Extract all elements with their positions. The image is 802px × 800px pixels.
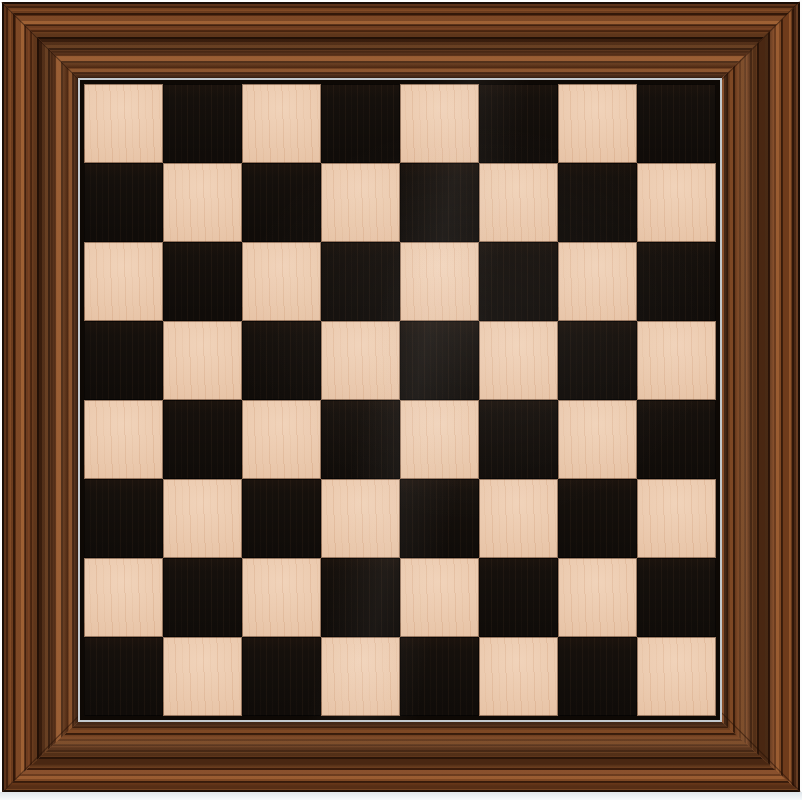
square-f4[interactable] bbox=[479, 400, 558, 479]
square-a1[interactable] bbox=[84, 637, 163, 716]
square-e5[interactable] bbox=[400, 321, 479, 400]
square-g2[interactable] bbox=[558, 558, 637, 637]
square-a5[interactable] bbox=[84, 321, 163, 400]
square-f7[interactable] bbox=[479, 163, 558, 242]
square-f3[interactable] bbox=[479, 479, 558, 558]
square-d7[interactable] bbox=[321, 163, 400, 242]
square-h2[interactable] bbox=[637, 558, 716, 637]
square-e4[interactable] bbox=[400, 400, 479, 479]
square-f2[interactable] bbox=[479, 558, 558, 637]
square-b2[interactable] bbox=[163, 558, 242, 637]
square-h8[interactable] bbox=[637, 84, 716, 163]
square-d6[interactable] bbox=[321, 242, 400, 321]
square-e7[interactable] bbox=[400, 163, 479, 242]
square-c7[interactable] bbox=[242, 163, 321, 242]
square-g1[interactable] bbox=[558, 637, 637, 716]
square-b3[interactable] bbox=[163, 479, 242, 558]
square-d5[interactable] bbox=[321, 321, 400, 400]
square-a6[interactable] bbox=[84, 242, 163, 321]
board-pinstripe-border bbox=[78, 78, 722, 722]
square-e3[interactable] bbox=[400, 479, 479, 558]
square-f1[interactable] bbox=[479, 637, 558, 716]
square-c2[interactable] bbox=[242, 558, 321, 637]
square-e6[interactable] bbox=[400, 242, 479, 321]
square-b1[interactable] bbox=[163, 637, 242, 716]
square-a7[interactable] bbox=[84, 163, 163, 242]
square-b7[interactable] bbox=[163, 163, 242, 242]
square-b8[interactable] bbox=[163, 84, 242, 163]
square-d3[interactable] bbox=[321, 479, 400, 558]
square-a4[interactable] bbox=[84, 400, 163, 479]
square-h1[interactable] bbox=[637, 637, 716, 716]
square-g4[interactable] bbox=[558, 400, 637, 479]
square-c5[interactable] bbox=[242, 321, 321, 400]
square-g3[interactable] bbox=[558, 479, 637, 558]
square-f5[interactable] bbox=[479, 321, 558, 400]
square-b4[interactable] bbox=[163, 400, 242, 479]
square-d8[interactable] bbox=[321, 84, 400, 163]
square-h3[interactable] bbox=[637, 479, 716, 558]
square-a3[interactable] bbox=[84, 479, 163, 558]
square-g8[interactable] bbox=[558, 84, 637, 163]
square-e1[interactable] bbox=[400, 637, 479, 716]
square-g5[interactable] bbox=[558, 321, 637, 400]
square-f8[interactable] bbox=[479, 84, 558, 163]
square-e2[interactable] bbox=[400, 558, 479, 637]
square-d1[interactable] bbox=[321, 637, 400, 716]
square-a8[interactable] bbox=[84, 84, 163, 163]
square-e8[interactable] bbox=[400, 84, 479, 163]
square-c6[interactable] bbox=[242, 242, 321, 321]
square-f6[interactable] bbox=[479, 242, 558, 321]
square-c4[interactable] bbox=[242, 400, 321, 479]
square-b5[interactable] bbox=[163, 321, 242, 400]
square-a2[interactable] bbox=[84, 558, 163, 637]
square-h7[interactable] bbox=[637, 163, 716, 242]
square-b6[interactable] bbox=[163, 242, 242, 321]
square-d2[interactable] bbox=[321, 558, 400, 637]
square-h6[interactable] bbox=[637, 242, 716, 321]
square-d4[interactable] bbox=[321, 400, 400, 479]
square-g6[interactable] bbox=[558, 242, 637, 321]
chessboard-photo bbox=[0, 0, 802, 800]
square-c1[interactable] bbox=[242, 637, 321, 716]
square-h4[interactable] bbox=[637, 400, 716, 479]
square-g7[interactable] bbox=[558, 163, 637, 242]
square-c3[interactable] bbox=[242, 479, 321, 558]
board-grid bbox=[84, 84, 716, 716]
square-c8[interactable] bbox=[242, 84, 321, 163]
photo-background-strip bbox=[0, 792, 802, 800]
square-h5[interactable] bbox=[637, 321, 716, 400]
